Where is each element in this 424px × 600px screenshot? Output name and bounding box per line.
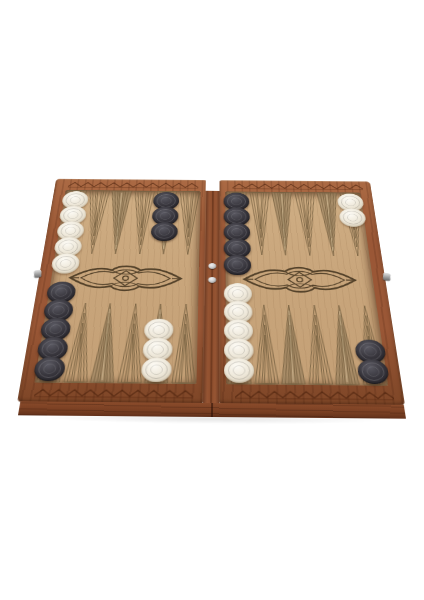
rail-carving xyxy=(235,389,394,400)
checker-black[interactable] xyxy=(356,359,389,384)
ornament-medallion xyxy=(64,262,185,294)
board-tilt-wrapper xyxy=(0,0,424,600)
stack-point-8[interactable] xyxy=(141,319,174,383)
board-half-right xyxy=(219,180,405,405)
stack-point-1[interactable] xyxy=(354,340,390,385)
checker-white[interactable] xyxy=(224,358,254,383)
ornament-medallion xyxy=(240,264,360,296)
checker-white[interactable] xyxy=(51,253,81,273)
stack-point-19[interactable] xyxy=(224,192,252,275)
checker-white[interactable] xyxy=(338,208,366,227)
board-perspective xyxy=(17,179,405,406)
hinge-bar xyxy=(203,180,219,404)
rail-carving xyxy=(68,181,199,189)
playing-field-right xyxy=(225,191,388,385)
rail-carving xyxy=(232,183,363,191)
board-half-left xyxy=(17,179,206,404)
rail-carving xyxy=(34,388,194,399)
point-7[interactable] xyxy=(169,301,198,384)
checker-black[interactable] xyxy=(151,222,179,241)
checker-black[interactable] xyxy=(33,357,67,382)
side-latch-left xyxy=(34,270,41,278)
stack-point-13[interactable] xyxy=(51,191,90,274)
hinge-gap xyxy=(206,180,221,191)
stack-point-17[interactable] xyxy=(151,192,180,241)
backgammon-board xyxy=(17,179,405,406)
checker-white[interactable] xyxy=(141,357,172,382)
playing-field-left xyxy=(34,190,200,384)
stack-point-24[interactable] xyxy=(336,193,366,226)
point-20[interactable] xyxy=(248,192,274,258)
hinge-stud xyxy=(208,263,216,269)
side-latch-right xyxy=(383,273,390,281)
checker-black[interactable] xyxy=(224,255,252,275)
stack-point-6[interactable] xyxy=(224,283,255,383)
product-photo xyxy=(0,0,424,600)
hinge-stud xyxy=(208,277,216,283)
